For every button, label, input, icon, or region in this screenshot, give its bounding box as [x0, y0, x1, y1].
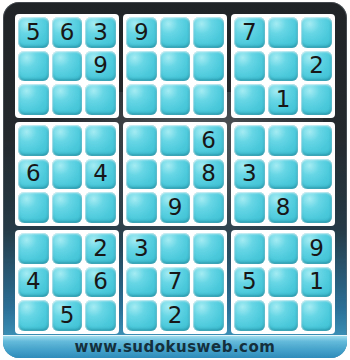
sudoku-app: 5639972164689382465372951 www.sudokusweb…	[0, 0, 350, 360]
sudoku-cell-r4c8[interactable]	[268, 125, 299, 156]
sudoku-cell-r3c4[interactable]	[126, 84, 157, 115]
sudoku-cell-r6c6[interactable]	[193, 192, 224, 223]
sudoku-cell-r5c1[interactable]: 6	[18, 159, 49, 190]
sudoku-board: 5639972164689382465372951	[15, 14, 335, 334]
sudoku-cell-r1c6[interactable]	[193, 17, 224, 48]
sudoku-box-9: 951	[231, 230, 335, 334]
sudoku-cell-r6c4[interactable]	[126, 192, 157, 223]
sudoku-cell-r9c7[interactable]	[234, 300, 265, 331]
sudoku-cell-r5c5[interactable]	[160, 159, 191, 190]
sudoku-cell-r9c8[interactable]	[268, 300, 299, 331]
sudoku-box-8: 372	[123, 230, 227, 334]
sudoku-cell-r1c7[interactable]: 7	[234, 17, 265, 48]
sudoku-cell-r7c9[interactable]: 9	[301, 233, 332, 264]
sudoku-cell-r3c3[interactable]	[85, 84, 116, 115]
sudoku-cell-r5c4[interactable]	[126, 159, 157, 190]
sudoku-cell-r7c4[interactable]: 3	[126, 233, 157, 264]
sudoku-box-2: 9	[123, 14, 227, 118]
sudoku-cell-r4c6[interactable]: 6	[193, 125, 224, 156]
sudoku-cell-r9c6[interactable]	[193, 300, 224, 331]
sudoku-cell-r9c4[interactable]	[126, 300, 157, 331]
sudoku-cell-r7c5[interactable]	[160, 233, 191, 264]
sudoku-box-4: 64	[15, 122, 119, 226]
sudoku-cell-r1c5[interactable]	[160, 17, 191, 48]
sudoku-cell-r9c5[interactable]: 2	[160, 300, 191, 331]
sudoku-cell-r7c2[interactable]	[52, 233, 83, 264]
sudoku-cell-r8c2[interactable]	[52, 267, 83, 298]
sudoku-cell-r3c9[interactable]	[301, 84, 332, 115]
sudoku-cell-r7c6[interactable]	[193, 233, 224, 264]
sudoku-box-1: 5639	[15, 14, 119, 118]
sudoku-cell-r3c1[interactable]	[18, 84, 49, 115]
sudoku-cell-r3c2[interactable]	[52, 84, 83, 115]
sudoku-box-5: 689	[123, 122, 227, 226]
sudoku-cell-r4c7[interactable]	[234, 125, 265, 156]
sudoku-cell-r2c7[interactable]	[234, 51, 265, 82]
sudoku-cell-r2c4[interactable]	[126, 51, 157, 82]
sudoku-cell-r5c8[interactable]	[268, 159, 299, 190]
sudoku-cell-r8c4[interactable]	[126, 267, 157, 298]
sudoku-cell-r9c2[interactable]: 5	[52, 300, 83, 331]
sudoku-cell-r4c1[interactable]	[18, 125, 49, 156]
sudoku-cell-r6c7[interactable]	[234, 192, 265, 223]
sudoku-cell-r5c9[interactable]	[301, 159, 332, 190]
sudoku-cell-r7c1[interactable]	[18, 233, 49, 264]
sudoku-cell-r2c8[interactable]	[268, 51, 299, 82]
sudoku-cell-r3c7[interactable]	[234, 84, 265, 115]
sudoku-cell-r4c5[interactable]	[160, 125, 191, 156]
sudoku-box-6: 38	[231, 122, 335, 226]
sudoku-cell-r3c6[interactable]	[193, 84, 224, 115]
sudoku-cell-r5c6[interactable]: 8	[193, 159, 224, 190]
sudoku-cell-r6c9[interactable]	[301, 192, 332, 223]
sudoku-cell-r2c2[interactable]	[52, 51, 83, 82]
sudoku-cell-r4c2[interactable]	[52, 125, 83, 156]
sudoku-cell-r5c2[interactable]	[52, 159, 83, 190]
sudoku-cell-r1c3[interactable]: 3	[85, 17, 116, 48]
sudoku-cell-r4c4[interactable]	[126, 125, 157, 156]
sudoku-cell-r4c3[interactable]	[85, 125, 116, 156]
sudoku-cell-r2c5[interactable]	[160, 51, 191, 82]
sudoku-cell-r1c4[interactable]: 9	[126, 17, 157, 48]
board-frame: 5639972164689382465372951 www.sudokusweb…	[3, 2, 347, 358]
sudoku-cell-r6c2[interactable]	[52, 192, 83, 223]
sudoku-cell-r1c1[interactable]: 5	[18, 17, 49, 48]
sudoku-cell-r8c7[interactable]: 5	[234, 267, 265, 298]
sudoku-cell-r8c3[interactable]: 6	[85, 267, 116, 298]
sudoku-cell-r9c1[interactable]	[18, 300, 49, 331]
sudoku-cell-r1c9[interactable]	[301, 17, 332, 48]
sudoku-cell-r8c6[interactable]	[193, 267, 224, 298]
sudoku-cell-r1c2[interactable]: 6	[52, 17, 83, 48]
sudoku-box-3: 721	[231, 14, 335, 118]
sudoku-cell-r2c1[interactable]	[18, 51, 49, 82]
sudoku-cell-r8c1[interactable]: 4	[18, 267, 49, 298]
sudoku-cell-r2c9[interactable]: 2	[301, 51, 332, 82]
sudoku-cell-r8c9[interactable]: 1	[301, 267, 332, 298]
site-url-label: www.sudokusweb.com	[75, 338, 276, 356]
sudoku-cell-r9c9[interactable]	[301, 300, 332, 331]
footer-band: www.sudokusweb.com	[3, 335, 347, 358]
sudoku-cell-r9c3[interactable]	[85, 300, 116, 331]
sudoku-cell-r8c8[interactable]	[268, 267, 299, 298]
sudoku-cell-r6c1[interactable]	[18, 192, 49, 223]
sudoku-box-7: 2465	[15, 230, 119, 334]
sudoku-cell-r8c5[interactable]: 7	[160, 267, 191, 298]
sudoku-cell-r5c3[interactable]: 4	[85, 159, 116, 190]
sudoku-cell-r5c7[interactable]: 3	[234, 159, 265, 190]
sudoku-cell-r7c8[interactable]	[268, 233, 299, 264]
sudoku-cell-r6c8[interactable]: 8	[268, 192, 299, 223]
sudoku-cell-r4c9[interactable]	[301, 125, 332, 156]
sudoku-cell-r2c6[interactable]	[193, 51, 224, 82]
sudoku-cell-r2c3[interactable]: 9	[85, 51, 116, 82]
sudoku-cell-r3c8[interactable]: 1	[268, 84, 299, 115]
sudoku-cell-r7c7[interactable]	[234, 233, 265, 264]
sudoku-cell-r1c8[interactable]	[268, 17, 299, 48]
sudoku-cell-r6c3[interactable]	[85, 192, 116, 223]
sudoku-cell-r3c5[interactable]	[160, 84, 191, 115]
sudoku-cell-r7c3[interactable]: 2	[85, 233, 116, 264]
sudoku-cell-r6c5[interactable]: 9	[160, 192, 191, 223]
